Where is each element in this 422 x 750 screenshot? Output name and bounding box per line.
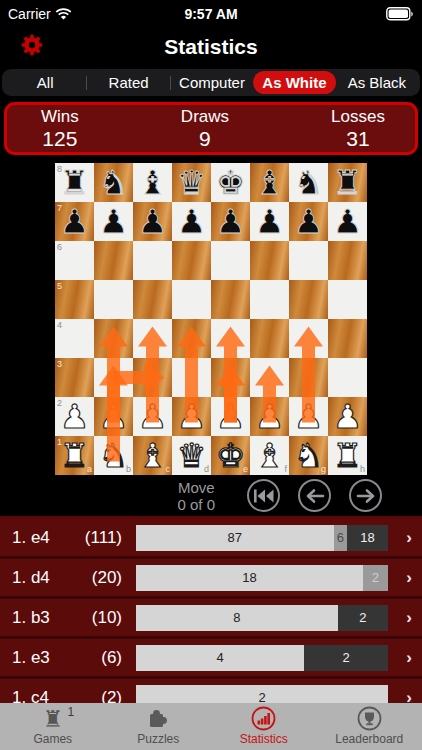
square-g2[interactable]: ♟ [289,397,328,436]
tab-puzzles-label: Puzzles [137,732,179,746]
white-piece-p-b2[interactable]: ♟ [94,397,133,436]
move-label: 1. e4 [12,528,70,548]
square-e7[interactable]: ♟ [211,202,250,241]
statistics-chart-icon [251,706,276,731]
bar-segment-loss: 2 [338,605,388,631]
losses-stat: Losses 31 [331,107,385,148]
square-b8[interactable]: ♞ [94,163,133,202]
tab-statistics[interactable]: Statistics [211,703,317,750]
square-d3[interactable] [172,358,211,397]
square-b5[interactable] [94,280,133,319]
games-badge: 1 [67,705,74,719]
black-piece-p-h7[interactable]: ♟ [328,202,367,241]
square-d2[interactable]: ♟ [172,397,211,436]
square-h7[interactable]: ♟ [328,202,367,241]
tab-puzzles[interactable]: Puzzles [106,703,212,750]
bar-segment-draw: 2 [363,565,388,591]
black-piece-p-f7[interactable]: ♟ [250,202,289,241]
tab-games[interactable]: ♜ 1 Games [0,703,106,750]
square-e6[interactable] [211,241,250,280]
losses-label: Losses [331,107,385,127]
square-h8[interactable]: ♜ [328,163,367,202]
move-count: (111) [70,528,122,548]
white-piece-p-f2[interactable]: ♟ [250,397,289,436]
square-g7[interactable]: ♟ [289,202,328,241]
white-piece-p-a2[interactable]: ♟ [55,397,94,436]
rank-label-6: 6 [57,243,62,252]
bar-segment-loss: 2 [304,645,388,671]
square-a5[interactable]: 5 [55,280,94,319]
square-g3[interactable] [289,358,328,397]
square-h5[interactable] [328,280,367,319]
chevron-right-icon[interactable]: › [398,608,412,628]
tab-leaderboard[interactable]: Leaderboard [317,703,422,750]
result-bar: 82 [136,605,388,631]
app-root: Carrier 9:57 AM Statistics AllRatedCompu [0,0,422,750]
tab-games-label: Games [33,732,72,746]
square-d4[interactable] [172,319,211,358]
arrow-right-icon [356,488,376,504]
black-piece-q-d8[interactable]: ♛ [172,163,211,202]
square-c2[interactable]: ♟ [133,397,172,436]
move-counter: Move 0 of 0 [177,479,215,513]
square-f6[interactable] [250,241,289,280]
draws-label: Draws [181,107,229,127]
square-c6[interactable] [133,241,172,280]
move-row-1-e3[interactable]: 1. e3(6)42› [0,639,422,679]
black-piece-n-g8[interactable]: ♞ [289,163,328,202]
filter-segmented-control: AllRatedComputerAs WhiteAs Black [2,69,420,96]
square-b2[interactable]: ♟ [94,397,133,436]
nav-bar: Statistics [0,28,422,66]
square-f5[interactable] [250,280,289,319]
move-count: (20) [70,568,122,588]
black-piece-n-b8[interactable]: ♞ [94,163,133,202]
square-h6[interactable] [328,241,367,280]
square-g1[interactable]: g♞ [289,436,328,475]
square-d6[interactable] [172,241,211,280]
square-f3[interactable] [250,358,289,397]
bar-segment-win: 4 [136,645,304,671]
square-e2[interactable]: ♟ [211,397,250,436]
square-b6[interactable] [94,241,133,280]
white-piece-n-g1[interactable]: ♞ [289,436,328,475]
square-a4[interactable]: 4 [55,319,94,358]
battery-icon [386,7,414,21]
bar-segment-draw: 6 [334,525,348,551]
segment-as-black[interactable]: As Black [336,71,418,94]
losses-value: 31 [331,127,385,151]
white-piece-p-h2[interactable]: ♟ [328,397,367,436]
square-h3[interactable] [328,358,367,397]
result-bar: 42 [136,645,388,671]
square-g5[interactable] [289,280,328,319]
rank-label-4: 4 [57,321,62,330]
square-c1[interactable]: c♝ [133,436,172,475]
black-piece-p-e7[interactable]: ♟ [211,202,250,241]
square-d1[interactable]: d♛ [172,436,211,475]
square-b4[interactable] [94,319,133,358]
square-e5[interactable] [211,280,250,319]
result-bar: 87618 [136,525,388,551]
draws-stat: Draws 9 [181,107,229,148]
square-c7[interactable]: ♟ [133,202,172,241]
square-h1[interactable]: h♜ [328,436,367,475]
rank-label-5: 5 [57,282,62,291]
black-piece-p-a7[interactable]: ♟ [55,202,94,241]
square-b7[interactable]: ♟ [94,202,133,241]
white-piece-p-d2[interactable]: ♟ [172,397,211,436]
white-piece-q-d1[interactable]: ♛ [172,436,211,475]
arrow-left-icon [305,488,325,504]
white-piece-r-h1[interactable]: ♜ [328,436,367,475]
summary-box: Wins 125 Draws 9 Losses 31 [4,102,418,155]
black-piece-p-c7[interactable]: ♟ [133,202,172,241]
black-piece-p-b7[interactable]: ♟ [94,202,133,241]
move-label: 1. e3 [12,648,70,668]
square-a2[interactable]: 2♟ [55,397,94,436]
black-piece-b-c8[interactable]: ♝ [133,163,172,202]
square-a7[interactable]: 7♟ [55,202,94,241]
square-f4[interactable] [250,319,289,358]
square-d7[interactable]: ♟ [172,202,211,241]
chevron-right-icon[interactable]: › [398,648,412,668]
move-row-1-e4[interactable]: 1. e4(111)87618› [0,519,422,559]
segment-rated[interactable]: Rated [87,71,169,94]
rank-label-3: 3 [57,360,62,369]
black-piece-p-d7[interactable]: ♟ [172,202,211,241]
wins-value: 125 [41,127,79,151]
tab-leaderboard-label: Leaderboard [335,732,403,746]
square-b1[interactable]: b♞ [94,436,133,475]
square-g4[interactable] [289,319,328,358]
move-count: (6) [70,648,122,668]
square-a6[interactable]: 6 [55,241,94,280]
white-piece-k-e1[interactable]: ♚ [211,436,250,475]
black-piece-p-g7[interactable]: ♟ [289,202,328,241]
square-d8[interactable]: ♛ [172,163,211,202]
chevron-right-icon[interactable]: › [398,568,412,588]
bar-segment-win: 87 [136,525,334,551]
white-piece-p-e2[interactable]: ♟ [211,397,250,436]
settings-gear-icon[interactable] [18,31,46,59]
square-f1[interactable]: f♝ [250,436,289,475]
square-c4[interactable] [133,319,172,358]
white-piece-n-b1[interactable]: ♞ [94,436,133,475]
tab-statistics-label: Statistics [240,732,288,746]
draws-value: 9 [181,127,229,151]
go-to-start-button[interactable] [247,479,280,512]
leaderboard-trophy-icon [357,706,382,731]
square-c3[interactable] [133,358,172,397]
segment-as-white[interactable]: As White [253,71,335,94]
chevron-right-icon[interactable]: › [398,528,412,548]
move-row-1-b3[interactable]: 1. b3(10)82› [0,599,422,639]
white-piece-p-c2[interactable]: ♟ [133,397,172,436]
puzzle-piece-icon [146,707,170,731]
status-bar: Carrier 9:57 AM [0,0,422,28]
games-rook-icon: ♜ [42,707,63,731]
white-piece-b-c1[interactable]: ♝ [133,436,172,475]
chess-board[interactable]: 8♜♞♝♛♚♝♞♜7♟♟♟♟♟♟♟♟65432♟♟♟♟♟♟♟♟1a♜b♞c♝d♛… [55,163,367,475]
wins-stat: Wins 125 [41,107,79,148]
square-g6[interactable] [289,241,328,280]
black-piece-r-a8[interactable]: ♜ [55,163,94,202]
white-piece-p-g2[interactable]: ♟ [289,397,328,436]
move-label: 1. b3 [12,608,70,628]
square-e8[interactable]: ♚ [211,163,250,202]
bar-segment-loss: 18 [347,525,388,551]
square-e4[interactable] [211,319,250,358]
bar-segment-win: 18 [136,565,363,591]
square-f2[interactable]: ♟ [250,397,289,436]
segment-computer[interactable]: Computer [171,71,253,94]
clock: 9:57 AM [0,6,422,22]
square-d5[interactable] [172,280,211,319]
move-row-1-d4[interactable]: 1. d4(20)182› [0,559,422,599]
move-controls: Move 0 of 0 [0,475,422,516]
square-a1[interactable]: 1a♜ [55,436,94,475]
black-piece-r-h8[interactable]: ♜ [328,163,367,202]
square-h4[interactable] [328,319,367,358]
page-title: Statistics [164,35,257,59]
tab-bar: ♜ 1 Games Puzzles [0,703,422,750]
square-e1[interactable]: e♚ [211,436,250,475]
rewind-to-start-icon [253,488,275,504]
opening-moves-list: 1. e4(111)87618›1. d4(20)182›1. b3(10)82… [0,519,422,719]
square-f7[interactable]: ♟ [250,202,289,241]
square-a3[interactable]: 3 [55,358,94,397]
square-h2[interactable]: ♟ [328,397,367,436]
wins-label: Wins [41,107,79,127]
square-a8[interactable]: 8♜ [55,163,94,202]
black-piece-b-f8[interactable]: ♝ [250,163,289,202]
square-e3[interactable] [211,358,250,397]
square-c8[interactable]: ♝ [133,163,172,202]
previous-move-button[interactable] [298,479,331,512]
white-piece-r-a1[interactable]: ♜ [55,436,94,475]
square-b3[interactable] [94,358,133,397]
square-f8[interactable]: ♝ [250,163,289,202]
next-move-button[interactable] [349,479,382,512]
bar-segment-win: 8 [136,605,338,631]
black-piece-k-e8[interactable]: ♚ [211,163,250,202]
move-label: 1. d4 [12,568,70,588]
move-count: (10) [70,608,122,628]
square-g8[interactable]: ♞ [289,163,328,202]
square-c5[interactable] [133,280,172,319]
segment-all[interactable]: All [4,71,86,94]
white-piece-b-f1[interactable]: ♝ [250,436,289,475]
result-bar: 182 [136,565,388,591]
